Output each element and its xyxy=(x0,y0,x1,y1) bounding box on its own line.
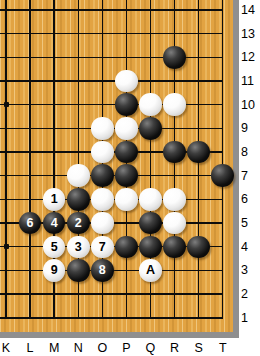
stone-white-Q10[interactable] xyxy=(139,93,162,116)
stone-black-P7[interactable] xyxy=(115,164,138,187)
stone-white-R5[interactable] xyxy=(163,212,186,235)
grid-line-horizontal-11 xyxy=(0,80,223,81)
stone-white-M6[interactable]: 1 xyxy=(43,188,66,211)
col-label-L: L xyxy=(21,341,39,356)
stone-white-N4[interactable]: 3 xyxy=(67,236,90,259)
stone-white-O4[interactable]: 7 xyxy=(91,236,114,259)
row-label-14: 14 xyxy=(241,3,260,17)
stone-black-S4[interactable] xyxy=(187,236,210,259)
go-board[interactable]: 164253798A xyxy=(0,0,233,332)
stone-label-5: 5 xyxy=(51,240,58,253)
row-label-11: 11 xyxy=(241,74,260,88)
row-label-1: 1 xyxy=(241,311,260,325)
stone-black-N6[interactable] xyxy=(67,188,90,211)
row-label-6: 6 xyxy=(241,192,260,206)
stone-label-6: 6 xyxy=(27,216,34,229)
stone-black-R8[interactable] xyxy=(163,141,186,164)
stone-white-R6[interactable] xyxy=(163,188,186,211)
row-label-5: 5 xyxy=(241,216,260,230)
stone-black-N5[interactable]: 2 xyxy=(67,212,90,235)
grid-line-horizontal-14 xyxy=(0,9,223,10)
stone-black-P8[interactable] xyxy=(115,141,138,164)
stone-white-O8[interactable] xyxy=(91,141,114,164)
stone-label-4: 4 xyxy=(51,216,58,229)
col-label-T: T xyxy=(214,341,232,356)
stone-black-S8[interactable] xyxy=(187,141,210,164)
stone-white-N7[interactable] xyxy=(67,164,90,187)
grid-line-horizontal-12 xyxy=(0,57,223,58)
stone-black-O3[interactable]: 8 xyxy=(91,259,114,282)
stone-black-N3[interactable] xyxy=(67,259,90,282)
col-label-S: S xyxy=(190,341,208,356)
row-label-7: 7 xyxy=(241,169,260,183)
stone-black-T7[interactable] xyxy=(211,164,234,187)
stone-label-2: 2 xyxy=(75,216,82,229)
row-label-10: 10 xyxy=(241,98,260,112)
stone-label-A: A xyxy=(146,264,155,277)
row-label-9: 9 xyxy=(241,121,260,135)
col-label-M: M xyxy=(45,341,63,356)
stone-black-L5[interactable]: 6 xyxy=(19,212,42,235)
row-label-13: 13 xyxy=(241,27,260,41)
stone-label-8: 8 xyxy=(99,264,106,277)
col-label-K: K xyxy=(0,341,15,356)
stone-black-Q4[interactable] xyxy=(139,236,162,259)
stone-black-M5[interactable]: 4 xyxy=(43,212,66,235)
stone-white-O6[interactable] xyxy=(91,188,114,211)
star-point-K10 xyxy=(4,102,9,107)
grid-line-horizontal-2 xyxy=(0,293,223,294)
stone-black-R12[interactable] xyxy=(163,46,186,69)
stone-black-Q5[interactable] xyxy=(139,212,162,235)
stone-black-R4[interactable] xyxy=(163,236,186,259)
stone-white-O5[interactable] xyxy=(91,212,114,235)
stone-white-R10[interactable] xyxy=(163,93,186,116)
stone-white-Q3[interactable]: A xyxy=(139,259,162,282)
row-label-3: 3 xyxy=(241,263,260,277)
row-label-2: 2 xyxy=(241,287,260,301)
col-label-N: N xyxy=(69,341,87,356)
star-point-K4 xyxy=(4,244,9,249)
row-label-8: 8 xyxy=(241,145,260,159)
stone-label-7: 7 xyxy=(99,240,106,253)
stone-white-P11[interactable] xyxy=(115,70,138,93)
stone-label-3: 3 xyxy=(75,240,82,253)
stone-white-P6[interactable] xyxy=(115,188,138,211)
grid-line-horizontal-1 xyxy=(0,317,223,318)
stone-black-P4[interactable] xyxy=(115,236,138,259)
col-label-O: O xyxy=(93,341,111,356)
grid-line-horizontal-10 xyxy=(0,104,223,105)
col-label-P: P xyxy=(117,341,135,356)
grid-line-horizontal-13 xyxy=(0,33,223,34)
stone-label-9: 9 xyxy=(51,264,58,277)
stone-white-O9[interactable] xyxy=(91,117,114,140)
go-diagram: 164253798A 1413121110987654321 KLMNOPQRS… xyxy=(0,0,260,356)
stone-white-M3[interactable]: 9 xyxy=(43,259,66,282)
stone-black-Q9[interactable] xyxy=(139,117,162,140)
stone-black-P10[interactable] xyxy=(115,93,138,116)
stone-label-1: 1 xyxy=(51,193,58,206)
stone-white-P9[interactable] xyxy=(115,117,138,140)
stone-white-M4[interactable]: 5 xyxy=(43,236,66,259)
row-label-4: 4 xyxy=(241,240,260,254)
col-label-Q: Q xyxy=(141,341,159,356)
stone-black-O7[interactable] xyxy=(91,164,114,187)
col-label-R: R xyxy=(166,341,184,356)
row-label-12: 12 xyxy=(241,50,260,64)
stone-white-Q6[interactable] xyxy=(139,188,162,211)
